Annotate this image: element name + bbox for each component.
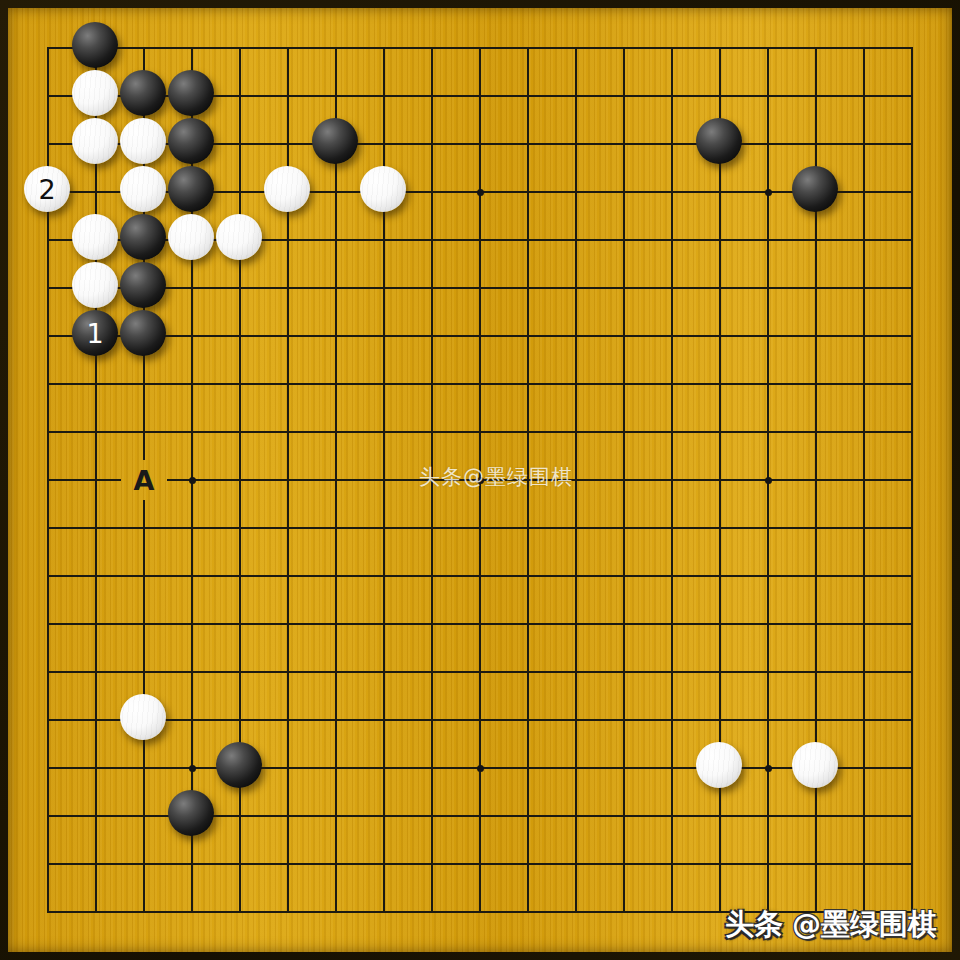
white-stone — [72, 118, 118, 164]
black-stone — [120, 214, 166, 260]
black-stone — [120, 70, 166, 116]
watermark-bottom-right: 头条@墨绿围棋 — [725, 905, 937, 945]
watermark-handle: @墨绿围棋 — [792, 905, 937, 945]
black-stone: 1 — [72, 310, 118, 356]
white-stone — [120, 118, 166, 164]
grid-line-vertical — [863, 47, 865, 913]
grid-line-horizontal — [47, 623, 913, 625]
black-stone — [216, 742, 262, 788]
black-stone — [168, 118, 214, 164]
grid-line-vertical — [911, 47, 913, 913]
grid-line-vertical — [623, 47, 625, 913]
grid-line-horizontal — [47, 863, 913, 865]
grid-line-vertical — [671, 47, 673, 913]
black-stone — [168, 166, 214, 212]
white-stone: 2 — [24, 166, 70, 212]
black-stone — [312, 118, 358, 164]
star-point — [765, 765, 772, 772]
black-stone — [792, 166, 838, 212]
white-stone — [696, 742, 742, 788]
grid-line-horizontal — [47, 575, 913, 577]
go-diagram: 头条@墨绿围棋 头条@墨绿围棋 A21 — [0, 0, 960, 960]
grid-line-horizontal — [47, 527, 913, 529]
white-stone — [72, 214, 118, 260]
star-point — [189, 765, 196, 772]
black-stone — [72, 22, 118, 68]
white-stone — [216, 214, 262, 260]
white-stone — [168, 214, 214, 260]
white-stone — [792, 742, 838, 788]
star-point — [765, 477, 772, 484]
white-stone — [120, 166, 166, 212]
black-stone — [120, 310, 166, 356]
white-stone — [120, 694, 166, 740]
white-stone — [72, 262, 118, 308]
white-stone — [360, 166, 406, 212]
white-stone — [72, 70, 118, 116]
black-stone — [696, 118, 742, 164]
black-stone — [120, 262, 166, 308]
grid-line-horizontal — [47, 719, 913, 721]
black-stone — [168, 70, 214, 116]
grid-line-vertical — [575, 47, 577, 913]
watermark-center: 头条@墨绿围棋 — [419, 463, 573, 491]
point-label-A: A — [121, 460, 167, 500]
black-stone — [168, 790, 214, 836]
star-point — [189, 477, 196, 484]
watermark-brand: 头条 — [725, 905, 783, 945]
star-point — [477, 765, 484, 772]
move-number-label: 2 — [24, 166, 70, 212]
move-number-label: 1 — [72, 310, 118, 356]
white-stone — [264, 166, 310, 212]
star-point — [477, 189, 484, 196]
star-point — [765, 189, 772, 196]
grid-line-horizontal — [47, 671, 913, 673]
